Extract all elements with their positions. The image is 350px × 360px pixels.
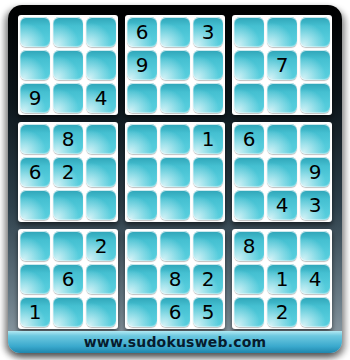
cell-r4c5[interactable] xyxy=(160,124,190,154)
cell-r2c4[interactable]: 9 xyxy=(127,50,157,80)
cell-r9c1[interactable]: 1 xyxy=(20,297,50,327)
cell-r3c6[interactable] xyxy=(193,83,223,113)
cell-r9c7[interactable] xyxy=(234,297,264,327)
cell-r8c7[interactable] xyxy=(234,264,264,294)
cell-r6c7[interactable] xyxy=(234,190,264,220)
cell-r1c3[interactable] xyxy=(86,17,116,47)
cell-r8c6[interactable]: 2 xyxy=(193,264,223,294)
cell-r9c3[interactable] xyxy=(86,297,116,327)
cell-r2c1[interactable] xyxy=(20,50,50,80)
cell-r8c9[interactable]: 4 xyxy=(300,264,330,294)
cell-r4c6[interactable]: 1 xyxy=(193,124,223,154)
cell-r1c4[interactable]: 6 xyxy=(127,17,157,47)
cell-r9c9[interactable] xyxy=(300,297,330,327)
cell-r6c1[interactable] xyxy=(20,190,50,220)
cell-r5c3[interactable] xyxy=(86,157,116,187)
cell-r6c2[interactable] xyxy=(53,190,83,220)
cell-r7c6[interactable] xyxy=(193,231,223,261)
cell-r9c6[interactable]: 5 xyxy=(193,297,223,327)
website-link[interactable]: www.sudokusweb.com xyxy=(84,334,267,350)
cell-r7c5[interactable] xyxy=(160,231,190,261)
cell-r5c9[interactable]: 9 xyxy=(300,157,330,187)
cell-r8c3[interactable] xyxy=(86,264,116,294)
cell-r8c2[interactable]: 6 xyxy=(53,264,83,294)
cell-r5c2[interactable]: 2 xyxy=(53,157,83,187)
cell-r7c8[interactable] xyxy=(267,231,297,261)
cell-r9c4[interactable] xyxy=(127,297,157,327)
cell-r1c2[interactable] xyxy=(53,17,83,47)
cell-r5c6[interactable] xyxy=(193,157,223,187)
cell-r4c2[interactable]: 8 xyxy=(53,124,83,154)
cell-r3c2[interactable] xyxy=(53,83,83,113)
cell-r3c3[interactable]: 4 xyxy=(86,83,116,113)
box-1-3: 7 xyxy=(232,15,332,115)
cell-r2c9[interactable] xyxy=(300,50,330,80)
cell-r2c6[interactable] xyxy=(193,50,223,80)
cell-r2c2[interactable] xyxy=(53,50,83,80)
cell-r4c3[interactable] xyxy=(86,124,116,154)
cell-r9c5[interactable]: 6 xyxy=(160,297,190,327)
cell-r6c9[interactable]: 3 xyxy=(300,190,330,220)
cell-r8c4[interactable] xyxy=(127,264,157,294)
cell-r1c6[interactable]: 3 xyxy=(193,17,223,47)
cell-r2c3[interactable] xyxy=(86,50,116,80)
cell-r1c5[interactable] xyxy=(160,17,190,47)
cell-r5c8[interactable] xyxy=(267,157,297,187)
cell-r6c3[interactable] xyxy=(86,190,116,220)
cell-r4c8[interactable] xyxy=(267,124,297,154)
cell-r9c2[interactable] xyxy=(53,297,83,327)
cell-r1c9[interactable] xyxy=(300,17,330,47)
footer-bar: www.sudokusweb.com xyxy=(8,331,342,353)
cell-r2c5[interactable] xyxy=(160,50,190,80)
cell-r3c4[interactable] xyxy=(127,83,157,113)
box-2-2: 1 xyxy=(125,122,225,222)
cell-r2c8[interactable]: 7 xyxy=(267,50,297,80)
cell-r1c1[interactable] xyxy=(20,17,50,47)
cell-r8c5[interactable]: 8 xyxy=(160,264,190,294)
cell-r6c5[interactable] xyxy=(160,190,190,220)
cell-r6c6[interactable] xyxy=(193,190,223,220)
cell-r7c4[interactable] xyxy=(127,231,157,261)
box-2-1: 862 xyxy=(18,122,118,222)
box-2-3: 6943 xyxy=(232,122,332,222)
cell-r3c5[interactable] xyxy=(160,83,190,113)
box-1-1: 94 xyxy=(18,15,118,115)
box-3-3: 8142 xyxy=(232,229,332,329)
cell-r2c7[interactable] xyxy=(234,50,264,80)
cell-r1c7[interactable] xyxy=(234,17,264,47)
cell-r8c1[interactable] xyxy=(20,264,50,294)
cell-r7c1[interactable] xyxy=(20,231,50,261)
sudoku-board: 9463978621694326182658142 www.sudokusweb… xyxy=(8,5,342,353)
cell-r5c4[interactable] xyxy=(127,157,157,187)
cell-r7c3[interactable]: 2 xyxy=(86,231,116,261)
cell-r4c4[interactable] xyxy=(127,124,157,154)
cell-r4c1[interactable] xyxy=(20,124,50,154)
cell-r7c2[interactable] xyxy=(53,231,83,261)
cell-r3c8[interactable] xyxy=(267,83,297,113)
cell-r7c9[interactable] xyxy=(300,231,330,261)
cell-r5c1[interactable]: 6 xyxy=(20,157,50,187)
cell-r6c8[interactable]: 4 xyxy=(267,190,297,220)
cell-r9c8[interactable]: 2 xyxy=(267,297,297,327)
cell-r3c9[interactable] xyxy=(300,83,330,113)
cell-r3c7[interactable] xyxy=(234,83,264,113)
cell-r8c8[interactable]: 1 xyxy=(267,264,297,294)
cell-r6c4[interactable] xyxy=(127,190,157,220)
cell-r4c7[interactable]: 6 xyxy=(234,124,264,154)
cell-r4c9[interactable] xyxy=(300,124,330,154)
cell-r3c1[interactable]: 9 xyxy=(20,83,50,113)
box-1-2: 639 xyxy=(125,15,225,115)
sudoku-grid: 9463978621694326182658142 xyxy=(18,15,332,329)
cell-r5c7[interactable] xyxy=(234,157,264,187)
box-3-2: 8265 xyxy=(125,229,225,329)
cell-r1c8[interactable] xyxy=(267,17,297,47)
box-3-1: 261 xyxy=(18,229,118,329)
cell-r7c7[interactable]: 8 xyxy=(234,231,264,261)
cell-r5c5[interactable] xyxy=(160,157,190,187)
